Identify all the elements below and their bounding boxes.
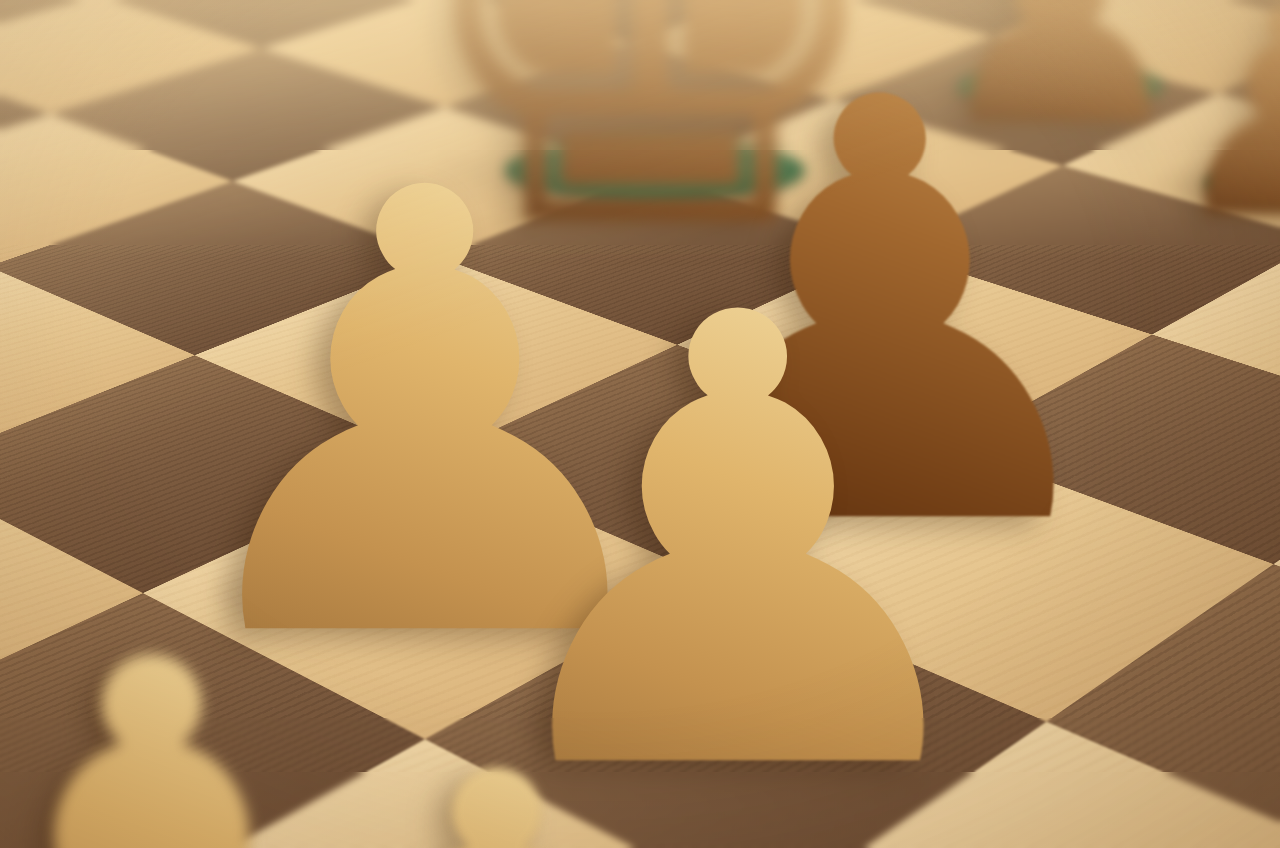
felt-base-pad: [298, 556, 546, 614]
chess-photo-scene: ♚♟♟♟♟♟♟♟: [0, 0, 1280, 848]
felt-base-pad: [774, 451, 986, 501]
felt-base-pad: [505, 138, 805, 202]
felt-base-pad: [607, 685, 869, 747]
felt-base-pad: [958, 63, 1163, 109]
